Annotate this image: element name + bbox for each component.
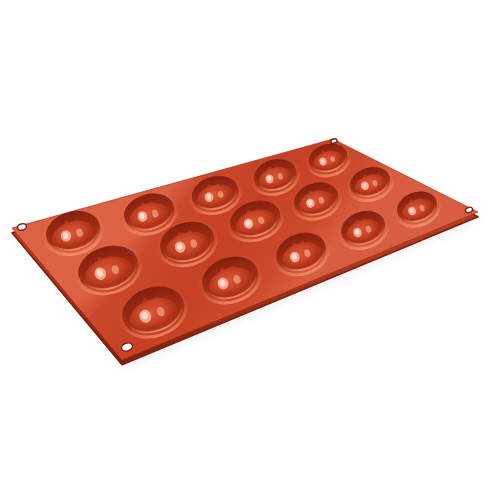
silicone-mold-photo bbox=[0, 0, 500, 500]
product-photo bbox=[0, 0, 500, 500]
